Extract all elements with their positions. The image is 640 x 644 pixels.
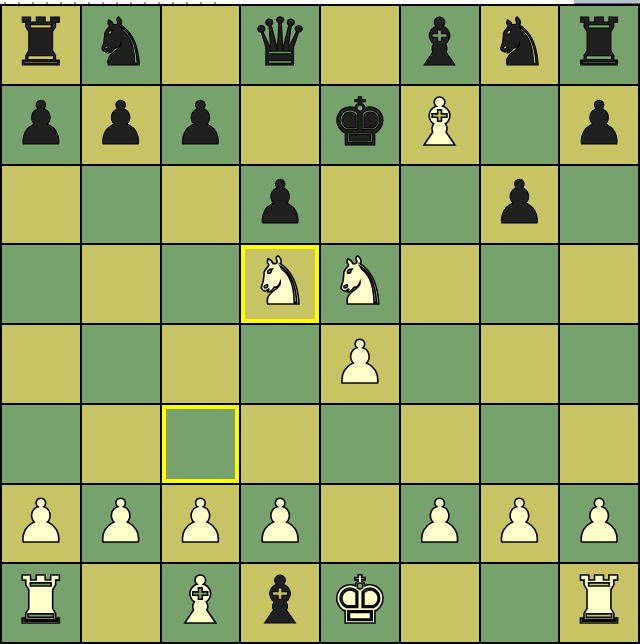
white-pawn-piece: ♟ [94, 491, 148, 551]
white-knight-piece: ♞ [251, 249, 310, 315]
square-c3[interactable] [162, 405, 240, 483]
white-pawn-piece: ♟ [253, 491, 307, 551]
black-knight-piece: ♞ [490, 10, 549, 76]
white-pawn-piece: ♟ [14, 491, 68, 551]
square-f2[interactable]: ♟ [401, 485, 479, 563]
cropped-text-sliver [4, 2, 224, 4]
black-rook-piece: ♜ [570, 10, 629, 76]
square-d8[interactable]: ♛ [241, 6, 319, 84]
square-f7[interactable]: ♝ [401, 86, 479, 164]
square-d3[interactable] [241, 405, 319, 483]
white-king-piece: ♚ [330, 568, 389, 634]
square-g6[interactable]: ♟ [481, 166, 559, 244]
square-h1[interactable]: ♜ [560, 564, 638, 642]
black-pawn-piece: ♟ [14, 93, 68, 153]
square-g3[interactable] [481, 405, 559, 483]
white-rook-piece: ♜ [11, 568, 70, 634]
black-queen-piece: ♛ [251, 10, 310, 76]
square-b1[interactable] [82, 564, 160, 642]
square-h8[interactable]: ♜ [560, 6, 638, 84]
square-d7[interactable] [241, 86, 319, 164]
black-pawn-piece: ♟ [94, 93, 148, 153]
white-pawn-piece: ♟ [173, 491, 227, 551]
square-f4[interactable] [401, 325, 479, 403]
square-f6[interactable] [401, 166, 479, 244]
black-bishop-piece: ♝ [410, 10, 469, 76]
square-b2[interactable]: ♟ [82, 485, 160, 563]
square-e4[interactable]: ♟ [321, 325, 399, 403]
square-g1[interactable] [481, 564, 559, 642]
white-pawn-piece: ♟ [333, 332, 387, 392]
white-bishop-piece: ♝ [410, 90, 469, 156]
square-a6[interactable] [2, 166, 80, 244]
square-a5[interactable] [2, 245, 80, 323]
square-c2[interactable]: ♟ [162, 485, 240, 563]
square-g2[interactable]: ♟ [481, 485, 559, 563]
square-a8[interactable]: ♜ [2, 6, 80, 84]
square-e8[interactable] [321, 6, 399, 84]
square-h7[interactable]: ♟ [560, 86, 638, 164]
black-pawn-piece: ♟ [173, 93, 227, 153]
square-a7[interactable]: ♟ [2, 86, 80, 164]
square-d1[interactable]: ♝ [241, 564, 319, 642]
white-knight-piece: ♞ [330, 249, 389, 315]
square-b7[interactable]: ♟ [82, 86, 160, 164]
square-d4[interactable] [241, 325, 319, 403]
black-pawn-piece: ♟ [253, 172, 307, 232]
square-e6[interactable] [321, 166, 399, 244]
black-rook-piece: ♜ [11, 10, 70, 76]
square-f5[interactable] [401, 245, 479, 323]
square-c5[interactable] [162, 245, 240, 323]
square-e7[interactable]: ♚ [321, 86, 399, 164]
square-e3[interactable] [321, 405, 399, 483]
square-d2[interactable]: ♟ [241, 485, 319, 563]
square-d6[interactable]: ♟ [241, 166, 319, 244]
black-king-piece: ♚ [330, 90, 389, 156]
square-f3[interactable] [401, 405, 479, 483]
square-b6[interactable] [82, 166, 160, 244]
black-bishop-piece: ♝ [251, 568, 310, 634]
square-d5[interactable]: ♞ [241, 245, 319, 323]
cropped-titlebar-strip [0, 0, 640, 4]
square-g8[interactable]: ♞ [481, 6, 559, 84]
square-f8[interactable]: ♝ [401, 6, 479, 84]
chess-app-window: ♜♞♛♝♞♜♟♟♟♚♝♟♟♟♞♞♟♟♟♟♟♟♟♟♜♝♝♚♜ [0, 0, 640, 644]
square-f1[interactable] [401, 564, 479, 642]
square-c1[interactable]: ♝ [162, 564, 240, 642]
square-h3[interactable] [560, 405, 638, 483]
white-pawn-piece: ♟ [572, 491, 626, 551]
square-h6[interactable] [560, 166, 638, 244]
black-pawn-piece: ♟ [492, 172, 546, 232]
square-c8[interactable] [162, 6, 240, 84]
white-pawn-piece: ♟ [492, 491, 546, 551]
square-h2[interactable]: ♟ [560, 485, 638, 563]
white-bishop-piece: ♝ [171, 568, 230, 634]
square-g5[interactable] [481, 245, 559, 323]
chess-board: ♜♞♛♝♞♜♟♟♟♚♝♟♟♟♞♞♟♟♟♟♟♟♟♟♜♝♝♚♜ [0, 4, 640, 644]
black-knight-piece: ♞ [91, 10, 150, 76]
square-h5[interactable] [560, 245, 638, 323]
square-c6[interactable] [162, 166, 240, 244]
square-c7[interactable]: ♟ [162, 86, 240, 164]
white-pawn-piece: ♟ [413, 491, 467, 551]
black-pawn-piece: ♟ [572, 93, 626, 153]
square-h4[interactable] [560, 325, 638, 403]
square-a4[interactable] [2, 325, 80, 403]
square-e2[interactable] [321, 485, 399, 563]
square-b4[interactable] [82, 325, 160, 403]
square-a3[interactable] [2, 405, 80, 483]
square-a2[interactable]: ♟ [2, 485, 80, 563]
square-b5[interactable] [82, 245, 160, 323]
square-c4[interactable] [162, 325, 240, 403]
square-b8[interactable]: ♞ [82, 6, 160, 84]
square-e5[interactable]: ♞ [321, 245, 399, 323]
square-g4[interactable] [481, 325, 559, 403]
cropped-scrollbar-fragment [574, 0, 640, 4]
square-b3[interactable] [82, 405, 160, 483]
square-a1[interactable]: ♜ [2, 564, 80, 642]
square-e1[interactable]: ♚ [321, 564, 399, 642]
square-g7[interactable] [481, 86, 559, 164]
white-rook-piece: ♜ [570, 568, 629, 634]
